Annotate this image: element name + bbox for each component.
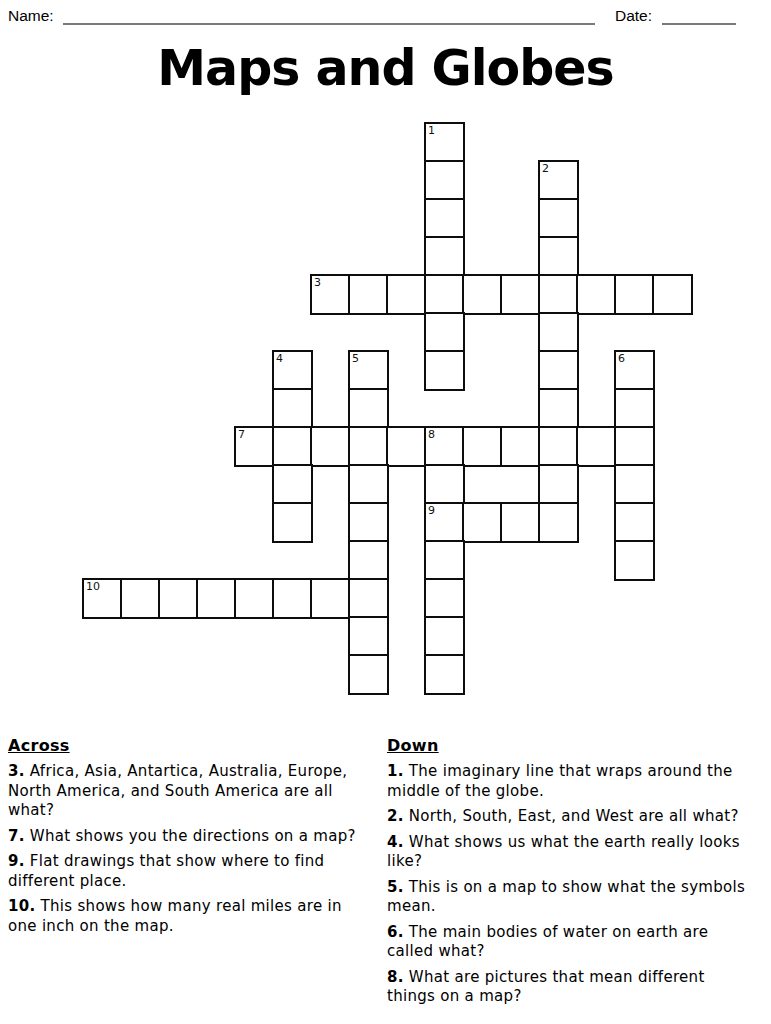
down-clue-8: 8. What are pictures that mean different… — [387, 968, 747, 1007]
clue-number-5: 5 — [352, 352, 359, 365]
down-clue-5: 5. This is on a map to show what the sym… — [387, 878, 747, 917]
grid-cell-r4c10[interactable] — [462, 274, 503, 315]
grid-cell-r4c12[interactable] — [538, 274, 579, 315]
grid-cell-r10c7[interactable] — [348, 502, 389, 543]
grid-cell-r12c4[interactable] — [234, 578, 275, 619]
down-heading: Down — [387, 736, 747, 755]
grid-cell-r11c14[interactable] — [614, 540, 655, 581]
grid-cell-r11c7[interactable] — [348, 540, 389, 581]
grid-cell-r10c10[interactable] — [462, 502, 503, 543]
grid-cell-r10c12[interactable] — [538, 502, 579, 543]
grid-cell-r4c8[interactable] — [386, 274, 427, 315]
down-clue-2: 2. North, South, East, and West are all … — [387, 807, 747, 827]
grid-cell-r6c5[interactable]: 4 — [272, 350, 313, 391]
grid-cell-r12c7[interactable] — [348, 578, 389, 619]
grid-cell-r4c9[interactable] — [424, 274, 465, 315]
grid-cell-r4c14[interactable] — [614, 274, 655, 315]
clue-number-8: 8 — [428, 428, 435, 441]
grid-cell-r13c7[interactable] — [348, 616, 389, 657]
grid-cell-r14c7[interactable] — [348, 654, 389, 695]
down-clue-1: 1. The imaginary line that wraps around … — [387, 762, 747, 801]
grid-cell-r8c5[interactable] — [272, 426, 313, 467]
grid-cell-r4c11[interactable] — [500, 274, 541, 315]
across-clue-3: 3. Africa, Asia, Antartica, Australia, E… — [8, 762, 360, 821]
crossword-grid: 12345678910 — [0, 0, 771, 700]
clue-number-4: 4 — [276, 352, 283, 365]
grid-cell-r8c6[interactable] — [310, 426, 351, 467]
grid-cell-r2c9[interactable] — [424, 198, 465, 239]
clue-number-7: 7 — [238, 428, 245, 441]
grid-cell-r9c7[interactable] — [348, 464, 389, 505]
across-clue-list: 3. Africa, Asia, Antartica, Australia, E… — [8, 762, 360, 936]
grid-cell-r10c11[interactable] — [500, 502, 541, 543]
clue-number-9: 9 — [428, 504, 435, 517]
grid-cell-r8c7[interactable] — [348, 426, 389, 467]
clue-number-6: 6 — [618, 352, 625, 365]
grid-cell-r6c9[interactable] — [424, 350, 465, 391]
grid-cell-r8c12[interactable] — [538, 426, 579, 467]
grid-cell-r9c12[interactable] — [538, 464, 579, 505]
grid-cell-r12c6[interactable] — [310, 578, 351, 619]
grid-cell-r5c9[interactable] — [424, 312, 465, 353]
grid-cell-r12c9[interactable] — [424, 578, 465, 619]
grid-cell-r6c12[interactable] — [538, 350, 579, 391]
grid-cell-r4c7[interactable] — [348, 274, 389, 315]
across-heading: Across — [8, 736, 360, 755]
clue-number-3: 3 — [314, 276, 321, 289]
clue-number-1: 1 — [428, 124, 435, 137]
grid-cell-r13c9[interactable] — [424, 616, 465, 657]
grid-cell-r3c9[interactable] — [424, 236, 465, 277]
clue-number-2: 2 — [542, 162, 549, 175]
grid-cell-r8c10[interactable] — [462, 426, 503, 467]
across-clue-9: 9. Flat drawings that show where to find… — [8, 852, 360, 891]
grid-cell-r6c14[interactable]: 6 — [614, 350, 655, 391]
grid-cell-r3c12[interactable] — [538, 236, 579, 277]
grid-cell-r1c9[interactable] — [424, 160, 465, 201]
grid-cell-r10c14[interactable] — [614, 502, 655, 543]
grid-cell-r9c14[interactable] — [614, 464, 655, 505]
grid-cell-r2c12[interactable] — [538, 198, 579, 239]
grid-cell-r8c14[interactable] — [614, 426, 655, 467]
across-clues-column: Across 3. Africa, Asia, Antartica, Austr… — [8, 736, 360, 942]
grid-cell-r8c4[interactable]: 7 — [234, 426, 275, 467]
grid-cell-r0c9[interactable]: 1 — [424, 122, 465, 163]
grid-cell-r12c1[interactable] — [120, 578, 161, 619]
grid-cell-r6c7[interactable]: 5 — [348, 350, 389, 391]
grid-cell-r8c8[interactable] — [386, 426, 427, 467]
grid-cell-r12c0[interactable]: 10 — [82, 578, 123, 619]
grid-cell-r12c5[interactable] — [272, 578, 313, 619]
grid-cell-r12c3[interactable] — [196, 578, 237, 619]
grid-cell-r7c14[interactable] — [614, 388, 655, 429]
grid-cell-r12c2[interactable] — [158, 578, 199, 619]
grid-cell-r14c9[interactable] — [424, 654, 465, 695]
across-clue-7: 7. What shows you the directions on a ma… — [8, 827, 360, 847]
across-clue-10: 10. This shows how many real miles are i… — [8, 897, 360, 936]
grid-cell-r8c11[interactable] — [500, 426, 541, 467]
grid-cell-r4c6[interactable]: 3 — [310, 274, 351, 315]
clue-number-10: 10 — [86, 580, 100, 593]
grid-cell-r10c9[interactable]: 9 — [424, 502, 465, 543]
down-clue-4: 4. What shows us what the earth really l… — [387, 833, 747, 872]
grid-cell-r9c5[interactable] — [272, 464, 313, 505]
down-clue-6: 6. The main bodies of water on earth are… — [387, 923, 747, 962]
grid-cell-r7c7[interactable] — [348, 388, 389, 429]
grid-cell-r7c12[interactable] — [538, 388, 579, 429]
grid-cell-r1c12[interactable]: 2 — [538, 160, 579, 201]
grid-cell-r8c13[interactable] — [576, 426, 617, 467]
grid-cell-r7c5[interactable] — [272, 388, 313, 429]
down-clue-list: 1. The imaginary line that wraps around … — [387, 762, 747, 1007]
grid-cell-r9c9[interactable] — [424, 464, 465, 505]
grid-cell-r8c9[interactable]: 8 — [424, 426, 465, 467]
grid-cell-r10c5[interactable] — [272, 502, 313, 543]
grid-cell-r4c13[interactable] — [576, 274, 617, 315]
down-clues-column: Down 1. The imaginary line that wraps ar… — [387, 736, 747, 1013]
grid-cell-r11c9[interactable] — [424, 540, 465, 581]
grid-cell-r5c12[interactable] — [538, 312, 579, 353]
grid-cell-r4c15[interactable] — [652, 274, 693, 315]
